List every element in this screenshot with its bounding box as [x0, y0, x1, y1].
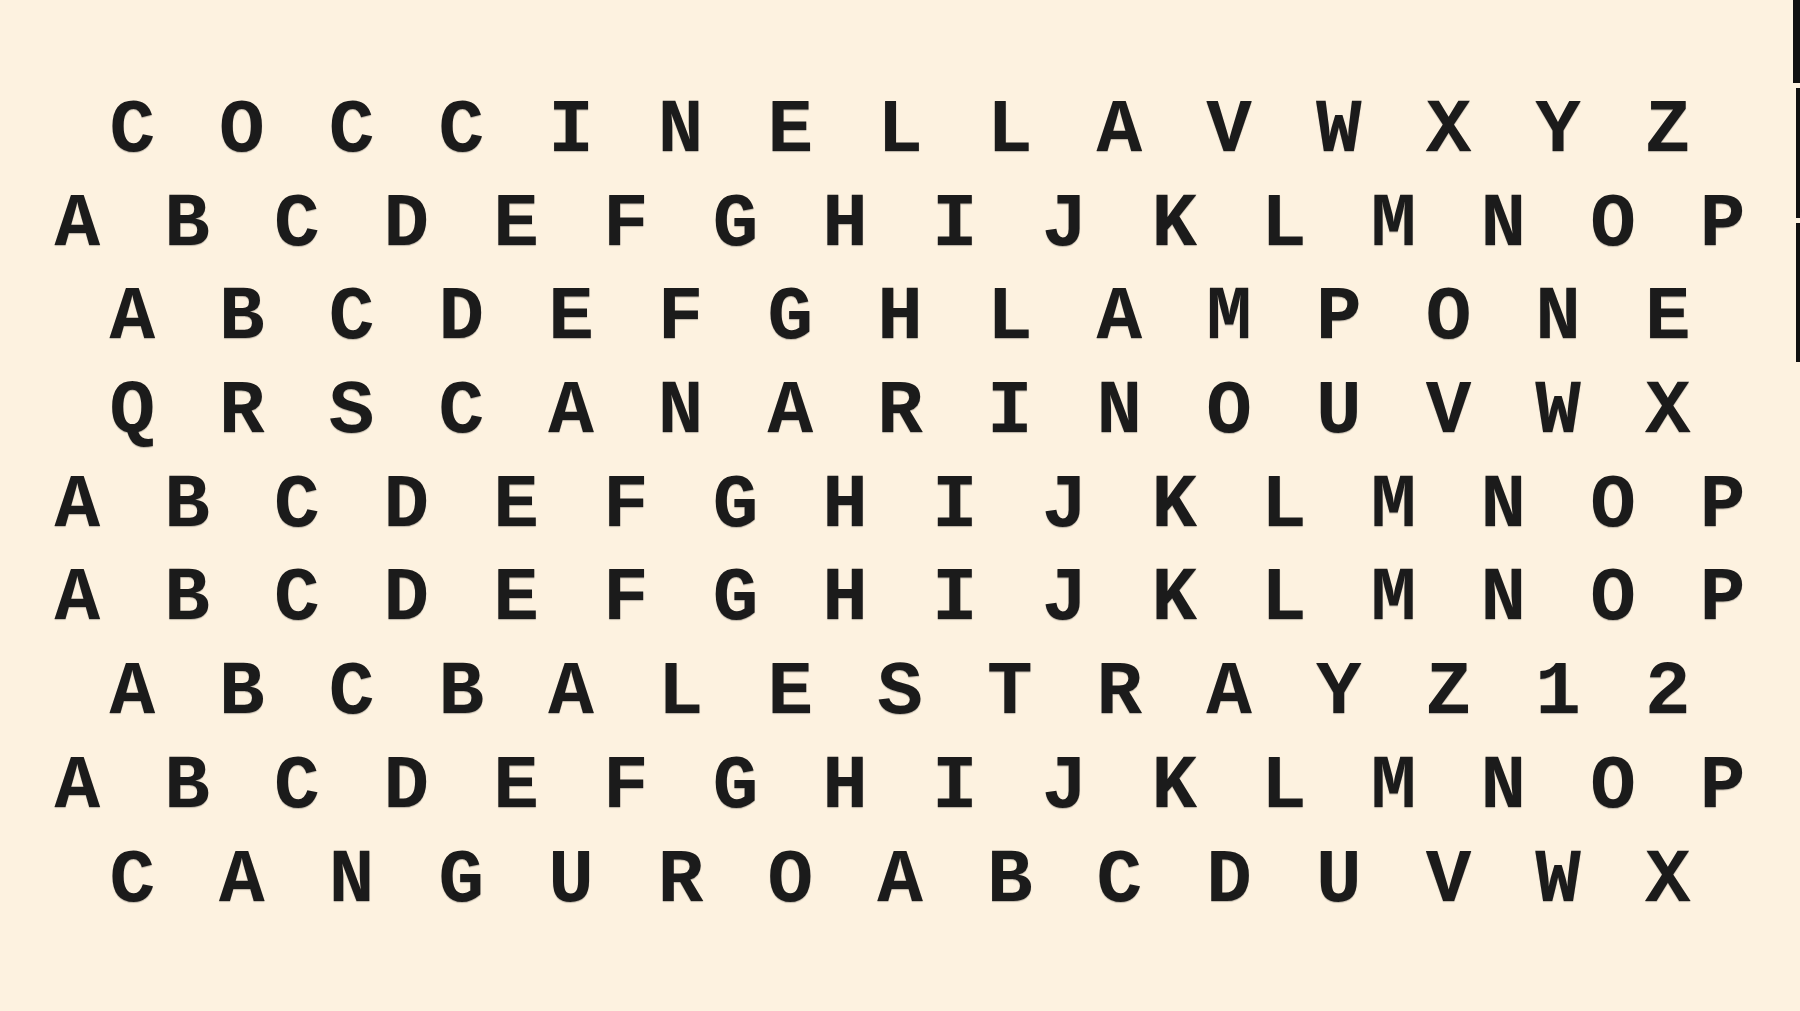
grid-cell[interactable]: O [1558, 460, 1668, 554]
grid-cell[interactable]: P [1668, 460, 1778, 554]
grid-cell[interactable]: J [1010, 741, 1120, 835]
grid-cell[interactable]: M [1339, 741, 1449, 835]
grid-row: ABCDEFGHIJKLMNOP [0, 460, 1800, 554]
grid-cell[interactable]: F [626, 272, 736, 366]
grid-cell[interactable]: L [1229, 179, 1339, 273]
grid-cell[interactable]: C [297, 85, 407, 179]
grid-cell[interactable]: Q [77, 366, 187, 460]
grid-cell[interactable]: N [1503, 272, 1613, 366]
grid-cell[interactable]: F [571, 741, 681, 835]
grid-cell[interactable]: J [1010, 553, 1120, 647]
grid-cell[interactable]: L [1229, 741, 1339, 835]
grid-cell[interactable]: B [406, 647, 516, 741]
grid-cell[interactable]: K [1119, 553, 1229, 647]
grid-cell[interactable]: J [1010, 460, 1120, 554]
grid-cell[interactable]: U [516, 835, 626, 929]
grid-cell[interactable]: I [900, 553, 1010, 647]
grid-row: COCCINELLAVWXYZ [0, 85, 1800, 179]
grid-cell[interactable]: A [23, 553, 133, 647]
grid-cell[interactable]: G [681, 553, 791, 647]
grid-cell[interactable]: D [352, 179, 462, 273]
grid-row: ABCDEFGHIJKLMNOP [0, 553, 1800, 647]
grid-cell[interactable]: L [1229, 553, 1339, 647]
grid-cell[interactable]: A [845, 835, 955, 929]
grid-cell[interactable]: H [790, 553, 900, 647]
grid-cell[interactable]: A [77, 272, 187, 366]
grid-cell[interactable]: T [955, 647, 1065, 741]
grid-cell[interactable]: M [1174, 272, 1284, 366]
grid-cell[interactable]: G [406, 835, 516, 929]
grid-cell[interactable]: D [406, 272, 516, 366]
grid-cell[interactable]: 1 [1503, 647, 1613, 741]
grid-cell[interactable]: E [461, 460, 571, 554]
grid-cell[interactable]: 2 [1613, 647, 1723, 741]
right-edge-scrollbar-artifact [1793, 0, 1800, 83]
grid-cell[interactable]: A [516, 647, 626, 741]
grid-cell[interactable]: J [1010, 179, 1120, 273]
grid-cell[interactable]: B [955, 835, 1065, 929]
grid-cell[interactable]: G [681, 460, 791, 554]
grid-cell[interactable]: Y [1503, 85, 1613, 179]
grid-cell[interactable]: N [626, 366, 736, 460]
grid-cell[interactable]: E [461, 179, 571, 273]
grid-row: ABCBALESTRAYZ12 [0, 647, 1800, 741]
grid-cell[interactable]: I [900, 460, 1010, 554]
grid-row: QRSCANARINOUVWX [0, 366, 1800, 460]
grid-cell[interactable]: G [681, 741, 791, 835]
grid-cell[interactable]: E [735, 647, 845, 741]
grid-cell[interactable]: N [1448, 460, 1558, 554]
grid-cell[interactable]: L [955, 272, 1065, 366]
grid-cell[interactable]: V [1394, 835, 1504, 929]
grid-cell[interactable]: D [352, 553, 462, 647]
grid-cell[interactable]: L [845, 85, 955, 179]
grid-cell[interactable]: F [571, 553, 681, 647]
grid-cell[interactable]: D [352, 460, 462, 554]
grid-cell[interactable]: B [132, 553, 242, 647]
grid-cell[interactable]: C [1065, 835, 1175, 929]
grid-cell[interactable]: G [735, 272, 845, 366]
grid-cell[interactable]: C [242, 179, 352, 273]
grid-cell[interactable]: C [242, 553, 352, 647]
grid-cell[interactable]: N [626, 85, 736, 179]
grid-cell[interactable]: F [571, 179, 681, 273]
grid-cell[interactable]: N [1065, 366, 1175, 460]
grid-cell[interactable]: U [1284, 835, 1394, 929]
grid-cell[interactable]: A [735, 366, 845, 460]
grid-cell[interactable]: O [1394, 272, 1504, 366]
grid-cell[interactable]: O [187, 85, 297, 179]
grid-cell[interactable]: F [571, 460, 681, 554]
word-search-grid: COCCINELLAVWXYZABCDEFGHIJKLMNOPABCDEFGHL… [0, 85, 1800, 928]
grid-cell[interactable]: K [1119, 179, 1229, 273]
grid-cell[interactable]: I [900, 179, 1010, 273]
grid-cell[interactable]: P [1284, 272, 1394, 366]
grid-cell[interactable]: O [1174, 366, 1284, 460]
grid-cell[interactable]: L [955, 85, 1065, 179]
grid-cell[interactable]: E [461, 741, 571, 835]
grid-cell[interactable]: I [955, 366, 1065, 460]
grid-cell[interactable]: W [1503, 835, 1613, 929]
grid-cell[interactable]: X [1613, 366, 1723, 460]
grid-cell[interactable]: R [626, 835, 736, 929]
grid-cell[interactable]: O [1558, 741, 1668, 835]
grid-cell[interactable]: E [735, 85, 845, 179]
grid-cell[interactable]: A [23, 741, 133, 835]
grid-cell[interactable]: E [516, 272, 626, 366]
grid-cell[interactable]: P [1668, 553, 1778, 647]
grid-cell[interactable]: C [297, 647, 407, 741]
grid-cell[interactable]: A [187, 835, 297, 929]
grid-cell[interactable]: R [1065, 647, 1175, 741]
grid-row: ABCDEFGHLAMPONE [0, 272, 1800, 366]
grid-cell[interactable]: C [297, 272, 407, 366]
grid-cell[interactable]: H [790, 179, 900, 273]
grid-cell[interactable]: R [187, 366, 297, 460]
grid-cell[interactable]: A [1174, 647, 1284, 741]
grid-cell[interactable]: O [735, 835, 845, 929]
grid-cell[interactable]: B [132, 741, 242, 835]
grid-cell[interactable]: S [845, 647, 955, 741]
grid-cell[interactable]: B [132, 460, 242, 554]
grid-cell[interactable]: A [77, 647, 187, 741]
grid-cell[interactable]: A [23, 460, 133, 554]
grid-cell[interactable]: I [516, 85, 626, 179]
grid-cell[interactable]: B [187, 647, 297, 741]
grid-cell[interactable]: X [1613, 835, 1723, 929]
grid-cell[interactable]: N [1448, 741, 1558, 835]
grid-cell[interactable]: C [242, 460, 352, 554]
grid-cell[interactable]: A [23, 179, 133, 273]
grid-cell[interactable]: C [406, 85, 516, 179]
grid-cell[interactable]: S [297, 366, 407, 460]
grid-cell[interactable]: A [516, 366, 626, 460]
grid-cell[interactable]: N [1448, 179, 1558, 273]
grid-cell[interactable]: K [1119, 741, 1229, 835]
grid-cell[interactable]: B [187, 272, 297, 366]
grid-cell[interactable]: A [1065, 85, 1175, 179]
grid-cell[interactable]: L [1229, 460, 1339, 554]
grid-cell[interactable]: C [242, 741, 352, 835]
grid-cell[interactable]: W [1503, 366, 1613, 460]
grid-cell[interactable]: M [1339, 179, 1449, 273]
grid-cell[interactable]: P [1668, 179, 1778, 273]
grid-cell[interactable]: H [790, 460, 900, 554]
grid-cell[interactable]: D [352, 741, 462, 835]
grid-cell[interactable]: B [132, 179, 242, 273]
grid-cell[interactable]: M [1339, 553, 1449, 647]
grid-cell[interactable]: Z [1394, 647, 1504, 741]
grid-cell[interactable]: K [1119, 460, 1229, 554]
grid-cell[interactable]: H [790, 741, 900, 835]
grid-cell[interactable]: E [1613, 272, 1723, 366]
grid-cell[interactable]: A [1065, 272, 1175, 366]
grid-cell[interactable]: O [1558, 553, 1668, 647]
grid-cell[interactable]: V [1394, 366, 1504, 460]
grid-cell[interactable]: N [297, 835, 407, 929]
grid-cell[interactable]: C [77, 85, 187, 179]
right-edge-scrollbar-artifact [1796, 88, 1800, 218]
grid-row: CANGUROABCDUVWX [0, 835, 1800, 929]
grid-cell[interactable]: C [77, 835, 187, 929]
grid-cell[interactable]: D [1174, 835, 1284, 929]
grid-cell[interactable]: U [1284, 366, 1394, 460]
grid-cell[interactable]: Y [1284, 647, 1394, 741]
grid-cell[interactable]: E [461, 553, 571, 647]
grid-cell[interactable]: X [1394, 85, 1504, 179]
grid-cell[interactable]: N [1448, 553, 1558, 647]
grid-cell[interactable]: C [406, 366, 516, 460]
right-edge-scrollbar-artifact [1796, 223, 1800, 362]
grid-row: ABCDEFGHIJKLMNOP [0, 741, 1800, 835]
grid-cell[interactable]: Z [1613, 85, 1723, 179]
grid-cell[interactable]: M [1339, 460, 1449, 554]
grid-cell[interactable]: P [1668, 741, 1778, 835]
grid-cell[interactable]: G [681, 179, 791, 273]
grid-cell[interactable]: L [626, 647, 736, 741]
grid-cell[interactable]: V [1174, 85, 1284, 179]
grid-cell[interactable]: O [1558, 179, 1668, 273]
grid-row: ABCDEFGHIJKLMNOP [0, 179, 1800, 273]
grid-cell[interactable]: H [845, 272, 955, 366]
grid-cell[interactable]: I [900, 741, 1010, 835]
grid-cell[interactable]: R [845, 366, 955, 460]
grid-cell[interactable]: W [1284, 85, 1394, 179]
